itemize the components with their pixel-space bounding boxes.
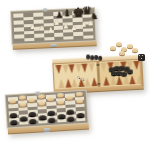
backgammon-checker-black-standing	[98, 55, 102, 60]
die-pip	[141, 58, 142, 59]
backgammon-checker-black	[127, 69, 133, 73]
product-photo: ♟♝♚♛♞♟♟♟♟♟♟♟♟	[0, 0, 150, 150]
checkers-square	[57, 118, 67, 122]
chess-square	[64, 36, 74, 40]
checker-black	[39, 115, 46, 120]
chess-square	[44, 37, 54, 41]
backgammon-point-bottom	[123, 75, 129, 84]
loose-light-checker	[110, 46, 116, 50]
backgammon-point-top	[55, 65, 61, 74]
checker-light	[75, 92, 82, 97]
loose-light-checker	[119, 51, 125, 55]
chess-square	[24, 37, 34, 41]
chess-square	[83, 35, 93, 39]
checker-light	[38, 101, 45, 106]
checkers-square	[38, 120, 48, 124]
backgammon-point-top	[100, 63, 106, 72]
checker-light	[56, 93, 63, 98]
backgammon-point-top	[62, 65, 68, 74]
checkers-board	[5, 89, 92, 140]
checkers-square	[76, 117, 86, 121]
backgammon-board	[52, 55, 144, 96]
checkers-latch	[44, 128, 50, 132]
backgammon-point-top	[69, 64, 75, 73]
white-die	[81, 78, 84, 81]
checker-black	[58, 114, 65, 119]
chess-square	[14, 38, 24, 42]
chess-clasp-tab	[43, 8, 47, 11]
backgammon-point-bottom	[71, 78, 77, 87]
backgammon-point-bottom	[129, 75, 135, 84]
loose-light-checker	[132, 48, 138, 52]
backgammon-point-bottom	[65, 78, 71, 87]
chess-square	[54, 36, 64, 40]
checkers-square	[19, 121, 29, 125]
backgammon-point-bottom	[103, 76, 109, 85]
checker-light	[76, 99, 83, 104]
backgammon-point-bottom	[58, 79, 64, 88]
die-pip	[142, 55, 143, 56]
backgammon-point-top	[82, 64, 88, 73]
checker-light	[37, 94, 44, 99]
loose-light-checker	[116, 42, 122, 46]
chess-square	[34, 37, 44, 41]
checker-black	[77, 113, 84, 118]
checker-light	[19, 95, 26, 100]
backgammon-half-left	[54, 63, 97, 88]
checker-light	[19, 102, 26, 107]
backgammon-point-top	[88, 63, 94, 72]
white-die	[77, 76, 80, 79]
black-die	[138, 54, 145, 61]
chess-grid	[13, 10, 93, 41]
chess-latch	[51, 44, 57, 47]
backgammon-point-bottom	[110, 76, 116, 85]
die-pip	[139, 55, 140, 56]
checker-black	[20, 116, 27, 121]
chess-square	[74, 35, 84, 39]
backgammon-point-bottom	[116, 76, 122, 85]
backgammon-point-top	[75, 64, 81, 73]
checker-light	[57, 100, 64, 105]
backgammon-point-bottom	[85, 77, 91, 86]
chess-board: ♟♝♚♛♞♟♟♟♟♟♟♟♟	[10, 7, 98, 53]
loose-light-checker	[127, 44, 133, 48]
